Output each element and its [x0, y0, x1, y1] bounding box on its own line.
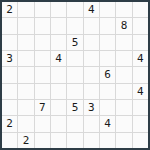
clue-digit: 5 — [72, 102, 79, 113]
cell-r5c6[interactable] — [84, 67, 99, 82]
cell-r5c9[interactable] — [133, 67, 148, 82]
cell-r4c1: 3 — [2, 51, 17, 66]
cell-r1c6: 4 — [84, 2, 99, 17]
cell-r8c8[interactable] — [116, 116, 131, 131]
cell-r3c8[interactable] — [116, 35, 131, 50]
cell-r2c2[interactable] — [18, 18, 33, 33]
cell-r6c4[interactable] — [51, 84, 66, 99]
cell-r1c1: 2 — [2, 2, 17, 17]
clue-digit: 8 — [121, 20, 128, 31]
cell-r6c5[interactable] — [67, 84, 82, 99]
clue-digit: 3 — [88, 102, 95, 113]
puzzle-board: 248534464753242 — [0, 0, 150, 150]
clue-digit: 3 — [6, 53, 13, 64]
cell-r3c4[interactable] — [51, 35, 66, 50]
cell-r9c3[interactable] — [35, 133, 50, 148]
cell-r4c8[interactable] — [116, 51, 131, 66]
clue-digit: 4 — [55, 53, 62, 64]
cell-r1c2[interactable] — [18, 2, 33, 17]
clue-digit: 7 — [39, 102, 46, 113]
cell-r4c4: 4 — [51, 51, 66, 66]
cell-r7c3: 7 — [35, 100, 50, 115]
cell-r1c4[interactable] — [51, 2, 66, 17]
cell-r1c7[interactable] — [100, 2, 115, 17]
cell-r1c3[interactable] — [35, 2, 50, 17]
cell-r6c1[interactable] — [2, 84, 17, 99]
cell-r8c6[interactable] — [84, 116, 99, 131]
cell-r8c9[interactable] — [133, 116, 148, 131]
cell-r2c1[interactable] — [2, 18, 17, 33]
clue-digit: 6 — [104, 69, 111, 80]
cell-r4c6[interactable] — [84, 51, 99, 66]
cell-r7c9[interactable] — [133, 100, 148, 115]
cell-r6c3[interactable] — [35, 84, 50, 99]
clue-digit: 2 — [6, 4, 13, 15]
cell-r9c4[interactable] — [51, 133, 66, 148]
cell-r9c5[interactable] — [67, 133, 82, 148]
cell-r1c8[interactable] — [116, 2, 131, 17]
cell-r9c6[interactable] — [84, 133, 99, 148]
clue-digit: 4 — [88, 4, 95, 15]
cell-r3c1[interactable] — [2, 35, 17, 50]
cell-r5c3[interactable] — [35, 67, 50, 82]
cell-r4c3[interactable] — [35, 51, 50, 66]
cell-r8c3[interactable] — [35, 116, 50, 131]
cell-r2c9[interactable] — [133, 18, 148, 33]
cell-r3c3[interactable] — [35, 35, 50, 50]
cell-r8c7: 4 — [100, 116, 115, 131]
cell-r3c2[interactable] — [18, 35, 33, 50]
cell-r2c4[interactable] — [51, 18, 66, 33]
cell-r2c8: 8 — [116, 18, 131, 33]
cell-r6c8[interactable] — [116, 84, 131, 99]
cell-r5c8[interactable] — [116, 67, 131, 82]
cell-r5c5[interactable] — [67, 67, 82, 82]
cell-r8c5[interactable] — [67, 116, 82, 131]
cell-r2c3[interactable] — [35, 18, 50, 33]
cell-r5c2[interactable] — [18, 67, 33, 82]
cell-r7c6: 3 — [84, 100, 99, 115]
cell-r9c8[interactable] — [116, 133, 131, 148]
cell-r8c4[interactable] — [51, 116, 66, 131]
cell-r5c7: 6 — [100, 67, 115, 82]
cell-r4c2[interactable] — [18, 51, 33, 66]
clue-digit: 4 — [137, 53, 144, 64]
cell-r5c4[interactable] — [51, 67, 66, 82]
cell-r4c7[interactable] — [100, 51, 115, 66]
cell-r7c5: 5 — [67, 100, 82, 115]
cell-r3c6[interactable] — [84, 35, 99, 50]
clue-digit: 2 — [23, 134, 30, 145]
cell-r4c9: 4 — [133, 51, 148, 66]
cell-r9c7[interactable] — [100, 133, 115, 148]
clue-digit: 4 — [104, 118, 111, 129]
cell-r6c9: 4 — [133, 84, 148, 99]
cell-r3c7[interactable] — [100, 35, 115, 50]
cell-r7c4[interactable] — [51, 100, 66, 115]
cell-r7c2[interactable] — [18, 100, 33, 115]
cell-r1c5[interactable] — [67, 2, 82, 17]
cell-r6c6[interactable] — [84, 84, 99, 99]
cell-r9c9[interactable] — [133, 133, 148, 148]
cell-r5c1[interactable] — [2, 67, 17, 82]
cell-r6c2[interactable] — [18, 84, 33, 99]
cell-r1c9[interactable] — [133, 2, 148, 17]
cell-r2c6[interactable] — [84, 18, 99, 33]
cell-r7c7[interactable] — [100, 100, 115, 115]
cell-r7c1[interactable] — [2, 100, 17, 115]
cell-r3c9[interactable] — [133, 35, 148, 50]
cell-r2c5[interactable] — [67, 18, 82, 33]
cell-r3c5: 5 — [67, 35, 82, 50]
cell-r8c1: 2 — [2, 116, 17, 131]
cell-r9c1[interactable] — [2, 133, 17, 148]
clue-digit: 5 — [72, 36, 79, 47]
cell-r6c7[interactable] — [100, 84, 115, 99]
cell-r2c7[interactable] — [100, 18, 115, 33]
cell-r7c8[interactable] — [116, 100, 131, 115]
cell-r9c2: 2 — [18, 133, 33, 148]
cell-r4c5[interactable] — [67, 51, 82, 66]
clue-digit: 2 — [6, 118, 13, 129]
clue-digit: 4 — [137, 85, 144, 96]
cell-r8c2[interactable] — [18, 116, 33, 131]
